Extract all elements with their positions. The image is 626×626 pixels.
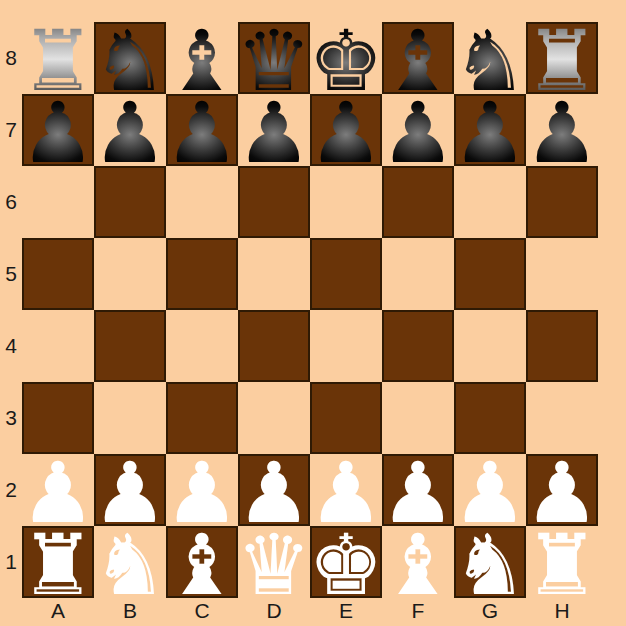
square-f4[interactable] bbox=[382, 310, 454, 382]
white-king-icon[interactable]: ♚ bbox=[308, 523, 383, 607]
file-label-c: C bbox=[166, 598, 238, 624]
square-c5[interactable] bbox=[166, 238, 238, 310]
file-label-f: F bbox=[382, 598, 454, 624]
square-g7[interactable]: ♟ bbox=[454, 94, 526, 166]
black-pawn-icon[interactable]: ♟ bbox=[236, 91, 311, 175]
rank-label-3: 3 bbox=[0, 382, 22, 454]
white-knight-icon[interactable]: ♞ bbox=[452, 523, 527, 607]
file-label-g: G bbox=[454, 598, 526, 624]
square-a7[interactable]: ♟ bbox=[22, 94, 94, 166]
rank-label-6: 6 bbox=[0, 166, 22, 238]
black-pawn-icon[interactable]: ♟ bbox=[524, 91, 599, 175]
square-b7[interactable]: ♟ bbox=[94, 94, 166, 166]
square-h4[interactable] bbox=[526, 310, 598, 382]
black-pawn-icon[interactable]: ♟ bbox=[20, 91, 95, 175]
rank-label-7: 7 bbox=[0, 94, 22, 166]
square-d7[interactable]: ♟ bbox=[238, 94, 310, 166]
square-a1[interactable]: ♜ bbox=[22, 526, 94, 598]
square-b1[interactable]: ♞ bbox=[94, 526, 166, 598]
rank-label-4: 4 bbox=[0, 310, 22, 382]
square-g5[interactable] bbox=[454, 238, 526, 310]
rank-label-1: 1 bbox=[0, 526, 22, 598]
square-a5[interactable] bbox=[22, 238, 94, 310]
square-h7[interactable]: ♟ bbox=[526, 94, 598, 166]
black-pawn-icon[interactable]: ♟ bbox=[308, 91, 383, 175]
chess-app: 87654321 ♜♞♝♛♚♝♞♜♟♟♟♟♟♟♟♟♟♟♟♟♟♟♟♟♜♞♝♛♚♝♞… bbox=[0, 0, 626, 626]
rank-label-5: 5 bbox=[0, 238, 22, 310]
square-f1[interactable]: ♝ bbox=[382, 526, 454, 598]
square-d1[interactable]: ♛ bbox=[238, 526, 310, 598]
file-label-b: B bbox=[94, 598, 166, 624]
white-bishop-icon[interactable]: ♝ bbox=[380, 523, 455, 607]
white-knight-icon[interactable]: ♞ bbox=[92, 523, 167, 607]
chess-board: ♜♞♝♛♚♝♞♜♟♟♟♟♟♟♟♟♟♟♟♟♟♟♟♟♜♞♝♛♚♝♞♜ bbox=[22, 22, 598, 598]
file-label-e: E bbox=[310, 598, 382, 624]
white-rook-icon[interactable]: ♜ bbox=[20, 523, 95, 607]
square-c4[interactable] bbox=[166, 310, 238, 382]
square-b5[interactable] bbox=[94, 238, 166, 310]
black-pawn-icon[interactable]: ♟ bbox=[452, 91, 527, 175]
square-g4[interactable] bbox=[454, 310, 526, 382]
square-e7[interactable]: ♟ bbox=[310, 94, 382, 166]
square-c1[interactable]: ♝ bbox=[166, 526, 238, 598]
square-d5[interactable] bbox=[238, 238, 310, 310]
black-pawn-icon[interactable]: ♟ bbox=[92, 91, 167, 175]
square-e4[interactable] bbox=[310, 310, 382, 382]
rank-label-8: 8 bbox=[0, 22, 22, 94]
square-b4[interactable] bbox=[94, 310, 166, 382]
square-f7[interactable]: ♟ bbox=[382, 94, 454, 166]
square-a4[interactable] bbox=[22, 310, 94, 382]
rank-labels: 87654321 bbox=[0, 22, 22, 598]
file-label-a: A bbox=[22, 598, 94, 624]
black-pawn-icon[interactable]: ♟ bbox=[380, 91, 455, 175]
square-e5[interactable] bbox=[310, 238, 382, 310]
file-labels: ABCDEFGH bbox=[22, 598, 598, 624]
white-bishop-icon[interactable]: ♝ bbox=[164, 523, 239, 607]
square-f5[interactable] bbox=[382, 238, 454, 310]
file-label-h: H bbox=[526, 598, 598, 624]
square-g1[interactable]: ♞ bbox=[454, 526, 526, 598]
square-h5[interactable] bbox=[526, 238, 598, 310]
square-d4[interactable] bbox=[238, 310, 310, 382]
white-queen-icon[interactable]: ♛ bbox=[236, 523, 311, 607]
square-h1[interactable]: ♜ bbox=[526, 526, 598, 598]
square-c7[interactable]: ♟ bbox=[166, 94, 238, 166]
square-e1[interactable]: ♚ bbox=[310, 526, 382, 598]
rank-label-2: 2 bbox=[0, 454, 22, 526]
white-rook-icon[interactable]: ♜ bbox=[524, 523, 599, 607]
black-pawn-icon[interactable]: ♟ bbox=[164, 91, 239, 175]
file-label-d: D bbox=[238, 598, 310, 624]
